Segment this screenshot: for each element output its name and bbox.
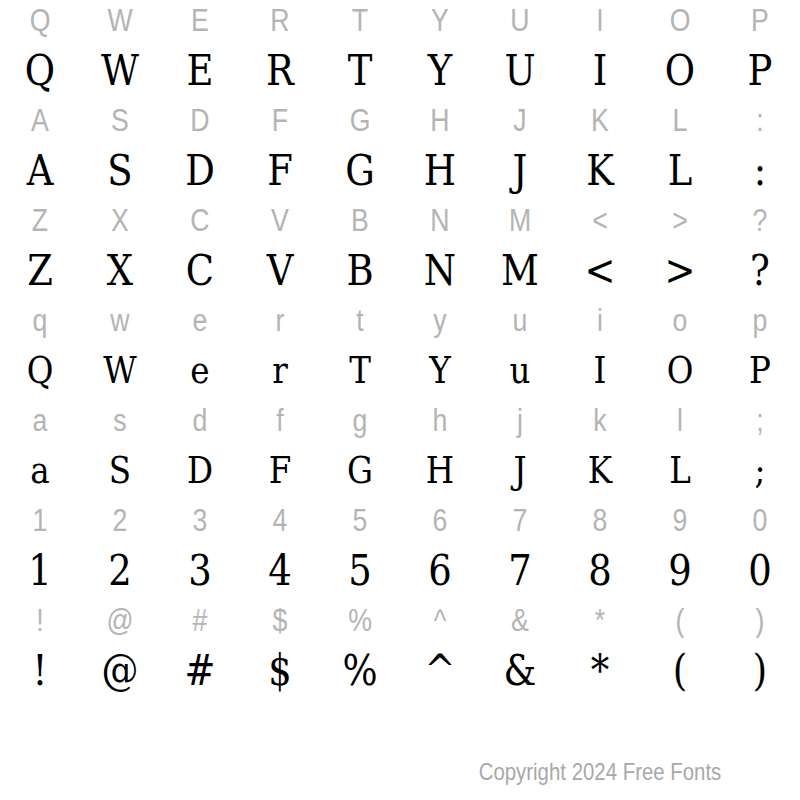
reference-char-r13c7: & (486, 600, 555, 642)
reference-char-r1c3: E (166, 0, 235, 42)
glyph-char-r2c10: P (725, 42, 795, 100)
glyph-char-r4c10: : (725, 142, 795, 200)
glyph-row-12: 1234567890 (0, 542, 800, 600)
reference-char-r11c5: 5 (326, 500, 395, 542)
glyph-char-r4c4: F (245, 142, 315, 200)
glyph-row-2: QWERTYUIOP (0, 42, 800, 100)
reference-char-r9c5: g (326, 400, 395, 442)
glyph-row-14: !@#$%^&*() (0, 642, 800, 700)
reference-char-r1c6: Y (406, 0, 475, 42)
glyph-char-r10c4: F (245, 442, 315, 500)
glyph-char-r10c9: L (645, 442, 715, 500)
glyph-char-r8c4: r (245, 342, 315, 400)
glyph-row-10: aSDFGHJKL; (0, 442, 800, 500)
reference-char-r5c9: > (646, 200, 715, 242)
glyph-char-r2c4: R (245, 42, 315, 100)
reference-char-r9c7: j (486, 400, 555, 442)
glyph-char-r4c7: J (485, 142, 555, 200)
glyph-char-r2c9: O (645, 42, 715, 100)
reference-char-r3c3: D (166, 100, 235, 142)
copyright-notice: Copyright 2024 Free Fonts (430, 757, 770, 787)
reference-char-r13c6: ^ (406, 600, 475, 642)
glyph-char-r6c10: ? (725, 242, 795, 300)
reference-char-r7c8: i (566, 300, 635, 342)
reference-char-r1c4: R (246, 0, 315, 42)
reference-char-r3c8: K (566, 100, 635, 142)
glyph-char-r8c1: Q (5, 342, 75, 400)
reference-char-r9c1: a (6, 400, 75, 442)
reference-char-r7c2: w (86, 300, 155, 342)
reference-char-r5c8: < (566, 200, 635, 242)
reference-char-r1c5: T (326, 0, 395, 42)
glyph-char-r12c3: 3 (165, 542, 235, 600)
reference-char-r3c9: L (646, 100, 715, 142)
glyph-char-r10c2: S (85, 442, 155, 500)
glyph-char-r12c10: 0 (725, 542, 795, 600)
reference-char-r13c2: @ (86, 600, 155, 642)
reference-char-r11c8: 8 (566, 500, 635, 542)
glyph-char-r12c4: 4 (245, 542, 315, 600)
glyph-char-r8c2: W (85, 342, 155, 400)
glyph-char-r10c10: ; (725, 442, 795, 500)
glyph-char-r4c9: L (645, 142, 715, 200)
reference-char-r9c3: d (166, 400, 235, 442)
reference-char-r13c9: ( (646, 600, 715, 642)
glyph-char-r14c4: $ (245, 642, 315, 700)
glyph-char-r2c3: E (165, 42, 235, 100)
reference-char-r3c7: J (486, 100, 555, 142)
glyph-row-6: ZXCVBNM<>? (0, 242, 800, 300)
reference-char-r11c2: 2 (86, 500, 155, 542)
reference-row-11: 1234567890 (0, 500, 800, 542)
glyph-char-r8c9: O (645, 342, 715, 400)
glyph-char-r14c9: ( (645, 642, 715, 700)
reference-char-r7c1: q (6, 300, 75, 342)
glyph-char-r6c8: < (565, 242, 635, 300)
glyph-char-r8c7: u (485, 342, 555, 400)
glyph-char-r2c1: Q (5, 42, 75, 100)
glyph-char-r10c8: K (565, 442, 635, 500)
reference-char-r9c8: k (566, 400, 635, 442)
glyph-char-r10c6: H (405, 442, 475, 500)
glyph-char-r6c1: Z (5, 242, 75, 300)
reference-char-r13c5: % (326, 600, 395, 642)
glyph-char-r4c2: S (85, 142, 155, 200)
glyph-char-r4c8: K (565, 142, 635, 200)
glyph-char-r6c2: X (85, 242, 155, 300)
reference-char-r11c10: 0 (726, 500, 795, 542)
glyph-char-r8c5: T (325, 342, 395, 400)
glyph-char-r4c3: D (165, 142, 235, 200)
glyph-char-r6c9: > (645, 242, 715, 300)
reference-char-r9c4: f (246, 400, 315, 442)
glyph-char-r8c10: P (725, 342, 795, 400)
glyph-char-r4c1: A (5, 142, 75, 200)
glyph-row-4: ASDFGHJKL: (0, 142, 800, 200)
glyph-char-r12c2: 2 (85, 542, 155, 600)
glyph-char-r14c2: @ (85, 642, 155, 700)
glyph-char-r8c6: Y (405, 342, 475, 400)
glyph-row-8: QWerTYuIOP (0, 342, 800, 400)
reference-char-r9c6: h (406, 400, 475, 442)
reference-char-r13c3: # (166, 600, 235, 642)
reference-char-r3c5: G (326, 100, 395, 142)
reference-char-r13c4: $ (246, 600, 315, 642)
reference-char-r7c7: u (486, 300, 555, 342)
reference-char-r11c9: 9 (646, 500, 715, 542)
reference-char-r9c2: s (86, 400, 155, 442)
glyph-char-r14c6: ^ (405, 642, 475, 700)
reference-char-r7c10: p (726, 300, 795, 342)
reference-row-9: asdfghjkl; (0, 400, 800, 442)
glyph-char-r12c8: 8 (565, 542, 635, 600)
glyph-char-r14c5: % (325, 642, 395, 700)
glyph-char-r4c6: H (405, 142, 475, 200)
reference-char-r3c6: H (406, 100, 475, 142)
glyph-char-r12c7: 7 (485, 542, 555, 600)
glyph-char-r10c3: D (165, 442, 235, 500)
reference-row-3: ASDFGHJKL: (0, 100, 800, 142)
reference-char-r11c7: 7 (486, 500, 555, 542)
glyph-char-r2c6: Y (405, 42, 475, 100)
reference-char-r7c4: r (246, 300, 315, 342)
glyph-char-r12c1: 1 (5, 542, 75, 600)
glyph-char-r12c6: 6 (405, 542, 475, 600)
reference-char-r1c10: P (726, 0, 795, 42)
reference-char-r5c6: N (406, 200, 475, 242)
reference-char-r5c3: C (166, 200, 235, 242)
glyph-char-r8c3: e (165, 342, 235, 400)
character-grid: QWERTYUIOPQWERTYUIOPASDFGHJKL:ASDFGHJKL:… (0, 0, 800, 700)
glyph-char-r14c7: & (485, 642, 555, 700)
reference-char-r5c4: V (246, 200, 315, 242)
reference-char-r3c4: F (246, 100, 315, 142)
glyph-char-r14c10: ) (725, 642, 795, 700)
reference-char-r7c6: y (406, 300, 475, 342)
reference-char-r3c1: A (6, 100, 75, 142)
glyph-char-r2c5: T (325, 42, 395, 100)
reference-char-r5c7: M (486, 200, 555, 242)
reference-row-5: ZXCVBNM<>? (0, 200, 800, 242)
reference-char-r3c2: S (86, 100, 155, 142)
reference-char-r11c1: 1 (6, 500, 75, 542)
glyph-char-r2c7: U (485, 42, 555, 100)
reference-char-r1c1: Q (6, 0, 75, 42)
glyph-char-r12c9: 9 (645, 542, 715, 600)
glyph-char-r2c8: I (565, 42, 635, 100)
reference-row-7: qwertyuiop (0, 300, 800, 342)
glyph-char-r12c5: 5 (325, 542, 395, 600)
reference-char-r13c1: ! (6, 600, 75, 642)
glyph-char-r10c1: a (5, 442, 75, 500)
reference-char-r9c9: l (646, 400, 715, 442)
reference-row-1: QWERTYUIOP (0, 0, 800, 42)
glyph-char-r10c7: J (485, 442, 555, 500)
glyph-char-r6c5: B (325, 242, 395, 300)
reference-char-r1c8: I (566, 0, 635, 42)
glyph-char-r6c3: C (165, 242, 235, 300)
glyph-char-r10c5: G (325, 442, 395, 500)
reference-char-r1c9: O (646, 0, 715, 42)
reference-char-r9c10: ; (726, 400, 795, 442)
reference-char-r1c7: U (486, 0, 555, 42)
reference-char-r3c10: : (726, 100, 795, 142)
reference-char-r11c4: 4 (246, 500, 315, 542)
glyph-char-r6c6: N (405, 242, 475, 300)
glyph-char-r8c8: I (565, 342, 635, 400)
reference-row-13: !@#$%^&*() (0, 600, 800, 642)
reference-char-r13c8: * (566, 600, 635, 642)
reference-char-r7c3: e (166, 300, 235, 342)
reference-char-r13c10: ) (726, 600, 795, 642)
reference-char-r11c3: 3 (166, 500, 235, 542)
reference-char-r5c10: ? (726, 200, 795, 242)
reference-char-r5c1: Z (6, 200, 75, 242)
glyph-char-r4c5: G (325, 142, 395, 200)
reference-char-r11c6: 6 (406, 500, 475, 542)
glyph-char-r14c3: # (165, 642, 235, 700)
reference-char-r5c2: X (86, 200, 155, 242)
glyph-char-r14c1: ! (5, 642, 75, 700)
reference-char-r1c2: W (86, 0, 155, 42)
reference-char-r5c5: B (326, 200, 395, 242)
glyph-char-r6c4: V (245, 242, 315, 300)
glyph-char-r6c7: M (485, 242, 555, 300)
reference-char-r7c9: o (646, 300, 715, 342)
glyph-char-r2c2: W (85, 42, 155, 100)
glyph-char-r14c8: * (565, 642, 635, 700)
reference-char-r7c5: t (326, 300, 395, 342)
